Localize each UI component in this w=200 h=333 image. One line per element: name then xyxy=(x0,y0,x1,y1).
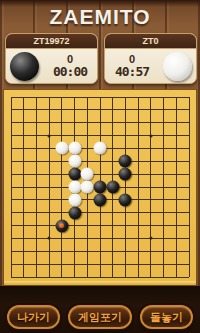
white-timer: 40:57 xyxy=(105,65,159,79)
grid-line xyxy=(176,97,177,277)
grid-line xyxy=(189,97,190,277)
black-stone xyxy=(106,181,119,194)
black-player-body: 0 00:00 xyxy=(6,49,97,83)
black-stone xyxy=(94,181,107,194)
white-player-stats: 0 40:57 xyxy=(105,53,159,79)
white-stone xyxy=(81,181,94,194)
grid-line xyxy=(11,251,189,252)
black-stone xyxy=(68,168,81,181)
black-player-stats: 0 00:00 xyxy=(43,53,97,79)
board-grid[interactable] xyxy=(11,97,189,277)
white-player-body: 0 40:57 xyxy=(105,49,196,83)
button-bar: 나가기 게임포기 돌놓기 xyxy=(0,303,200,331)
grid-line xyxy=(11,277,189,278)
white-stone xyxy=(68,155,81,168)
grid-line xyxy=(11,264,189,265)
forfeit-button[interactable]: 게임포기 xyxy=(68,305,132,329)
place-stone-button[interactable]: 돌놓기 xyxy=(140,305,193,329)
exit-button[interactable]: 나가기 xyxy=(7,305,60,329)
black-stone xyxy=(55,219,68,232)
star-point xyxy=(48,237,51,240)
white-stone xyxy=(81,168,94,181)
star-point xyxy=(48,134,51,137)
black-stone xyxy=(119,155,132,168)
white-player-name: ZT0 xyxy=(105,34,196,49)
app-title: ZAEMITO xyxy=(0,5,200,29)
white-stone xyxy=(55,142,68,155)
black-stone-icon xyxy=(10,52,39,81)
game-board[interactable] xyxy=(3,89,197,281)
white-stone xyxy=(68,181,81,194)
black-stone xyxy=(68,206,81,219)
black-stone xyxy=(94,193,107,206)
star-point xyxy=(149,237,152,240)
star-point xyxy=(149,134,152,137)
black-player-name: ZT19972 xyxy=(6,34,97,49)
black-player-panel: ZT19972 0 00:00 xyxy=(5,33,98,84)
white-player-panel: ZT0 0 40:57 xyxy=(104,33,197,84)
last-move-marker xyxy=(59,223,64,228)
white-stone-icon xyxy=(163,52,192,81)
white-stone xyxy=(68,193,81,206)
black-timer: 00:00 xyxy=(43,65,97,79)
black-stone xyxy=(119,168,132,181)
white-stone xyxy=(94,142,107,155)
black-stone xyxy=(119,193,132,206)
white-stone xyxy=(68,142,81,155)
